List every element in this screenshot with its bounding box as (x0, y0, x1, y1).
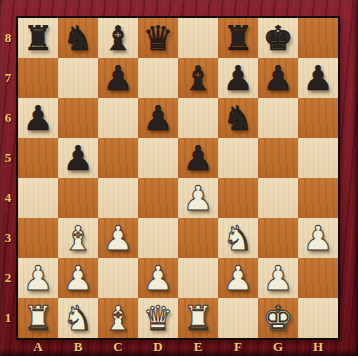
rank-label-6: 6 (0, 98, 16, 138)
square-b4[interactable] (58, 178, 98, 218)
rank-label-5: 5 (0, 138, 16, 178)
white-rook-e1[interactable]: ♜ (178, 298, 218, 338)
white-bishop-c1[interactable]: ♝ (98, 298, 138, 338)
black-pawn-h7[interactable]: ♟ (298, 58, 338, 98)
black-king-g8[interactable]: ♚ (258, 18, 298, 58)
white-pawn-a2[interactable]: ♟ (18, 258, 58, 298)
square-h7[interactable]: ♟ (298, 58, 338, 98)
square-g4[interactable] (258, 178, 298, 218)
square-c1[interactable]: ♝ (98, 298, 138, 338)
chess-board: ♜♞♝♛♜♚♟♝♟♟♟♟♟♞♟♟♟♝♟♞♟♟♟♟♟♟♜♞♝♛♜♚ (16, 16, 340, 340)
square-b8[interactable]: ♞ (58, 18, 98, 58)
black-pawn-g7[interactable]: ♟ (258, 58, 298, 98)
square-g8[interactable]: ♚ (258, 18, 298, 58)
square-h5[interactable] (298, 138, 338, 178)
square-c5[interactable] (98, 138, 138, 178)
square-a1[interactable]: ♜ (18, 298, 58, 338)
black-bishop-e7[interactable]: ♝ (178, 58, 218, 98)
square-d6[interactable]: ♟ (138, 98, 178, 138)
square-e7[interactable]: ♝ (178, 58, 218, 98)
square-a4[interactable] (18, 178, 58, 218)
square-a8[interactable]: ♜ (18, 18, 58, 58)
square-h3[interactable]: ♟ (298, 218, 338, 258)
square-d4[interactable] (138, 178, 178, 218)
rank-labels: 87654321 (0, 18, 16, 338)
square-e1[interactable]: ♜ (178, 298, 218, 338)
square-a2[interactable]: ♟ (18, 258, 58, 298)
white-bishop-b3[interactable]: ♝ (58, 218, 98, 258)
square-g1[interactable]: ♚ (258, 298, 298, 338)
rank-label-2: 2 (0, 258, 16, 298)
square-d1[interactable]: ♛ (138, 298, 178, 338)
square-f8[interactable]: ♜ (218, 18, 258, 58)
square-g3[interactable] (258, 218, 298, 258)
square-f4[interactable] (218, 178, 258, 218)
black-rook-f8[interactable]: ♜ (218, 18, 258, 58)
file-labels: ABCDEFGH (18, 339, 338, 355)
white-pawn-b2[interactable]: ♟ (58, 258, 98, 298)
square-d5[interactable] (138, 138, 178, 178)
file-label-h: H (298, 339, 338, 355)
file-label-e: E (178, 339, 218, 355)
file-label-g: G (258, 339, 298, 355)
square-b3[interactable]: ♝ (58, 218, 98, 258)
white-pawn-h3[interactable]: ♟ (298, 218, 338, 258)
square-h1[interactable] (298, 298, 338, 338)
rank-label-1: 1 (0, 298, 16, 338)
square-c2[interactable] (98, 258, 138, 298)
square-b2[interactable]: ♟ (58, 258, 98, 298)
square-h8[interactable] (298, 18, 338, 58)
black-knight-b8[interactable]: ♞ (58, 18, 98, 58)
black-queen-d8[interactable]: ♛ (138, 18, 178, 58)
white-knight-f3[interactable]: ♞ (218, 218, 258, 258)
chessboard-frame: 87654321 ♜♞♝♛♜♚♟♝♟♟♟♟♟♞♟♟♟♝♟♞♟♟♟♟♟♟♜♞♝♛♜… (0, 0, 358, 356)
file-label-b: B (58, 339, 98, 355)
square-g2[interactable]: ♟ (258, 258, 298, 298)
square-e3[interactable] (178, 218, 218, 258)
square-a6[interactable]: ♟ (18, 98, 58, 138)
square-f2[interactable]: ♟ (218, 258, 258, 298)
file-label-d: D (138, 339, 178, 355)
white-pawn-e4[interactable]: ♟ (178, 178, 218, 218)
file-label-a: A (18, 339, 58, 355)
black-rook-a8[interactable]: ♜ (18, 18, 58, 58)
square-c8[interactable]: ♝ (98, 18, 138, 58)
white-queen-d1[interactable]: ♛ (138, 298, 178, 338)
square-d8[interactable]: ♛ (138, 18, 178, 58)
rank-label-8: 8 (0, 18, 16, 58)
white-king-g1[interactable]: ♚ (258, 298, 298, 338)
square-e8[interactable] (178, 18, 218, 58)
file-label-c: C (98, 339, 138, 355)
square-c7[interactable]: ♟ (98, 58, 138, 98)
square-b5[interactable]: ♟ (58, 138, 98, 178)
square-f1[interactable] (218, 298, 258, 338)
file-label-f: F (218, 339, 258, 355)
square-f6[interactable]: ♞ (218, 98, 258, 138)
square-f7[interactable]: ♟ (218, 58, 258, 98)
square-d7[interactable] (138, 58, 178, 98)
square-a3[interactable] (18, 218, 58, 258)
square-b7[interactable] (58, 58, 98, 98)
white-pawn-g2[interactable]: ♟ (258, 258, 298, 298)
white-pawn-d2[interactable]: ♟ (138, 258, 178, 298)
black-pawn-c7[interactable]: ♟ (98, 58, 138, 98)
square-c4[interactable] (98, 178, 138, 218)
white-knight-b1[interactable]: ♞ (58, 298, 98, 338)
square-f5[interactable] (218, 138, 258, 178)
square-h4[interactable] (298, 178, 338, 218)
black-pawn-f7[interactable]: ♟ (218, 58, 258, 98)
square-h2[interactable] (298, 258, 338, 298)
rank-label-4: 4 (0, 178, 16, 218)
rank-label-3: 3 (0, 218, 16, 258)
square-g7[interactable]: ♟ (258, 58, 298, 98)
square-d3[interactable] (138, 218, 178, 258)
white-pawn-f2[interactable]: ♟ (218, 258, 258, 298)
square-e5[interactable]: ♟ (178, 138, 218, 178)
black-pawn-a6[interactable]: ♟ (18, 98, 58, 138)
black-pawn-b5[interactable]: ♟ (58, 138, 98, 178)
white-pawn-c3[interactable]: ♟ (98, 218, 138, 258)
square-d2[interactable]: ♟ (138, 258, 178, 298)
square-e6[interactable] (178, 98, 218, 138)
black-pawn-e5[interactable]: ♟ (178, 138, 218, 178)
square-h6[interactable] (298, 98, 338, 138)
square-c3[interactable]: ♟ (98, 218, 138, 258)
rank-label-7: 7 (0, 58, 16, 98)
square-a7[interactable] (18, 58, 58, 98)
square-g5[interactable] (258, 138, 298, 178)
square-e4[interactable]: ♟ (178, 178, 218, 218)
square-c6[interactable] (98, 98, 138, 138)
square-f3[interactable]: ♞ (218, 218, 258, 258)
square-a5[interactable] (18, 138, 58, 178)
black-pawn-d6[interactable]: ♟ (138, 98, 178, 138)
square-b6[interactable] (58, 98, 98, 138)
black-knight-f6[interactable]: ♞ (218, 98, 258, 138)
square-g6[interactable] (258, 98, 298, 138)
square-e2[interactable] (178, 258, 218, 298)
black-bishop-c8[interactable]: ♝ (98, 18, 138, 58)
white-rook-a1[interactable]: ♜ (18, 298, 58, 338)
square-b1[interactable]: ♞ (58, 298, 98, 338)
